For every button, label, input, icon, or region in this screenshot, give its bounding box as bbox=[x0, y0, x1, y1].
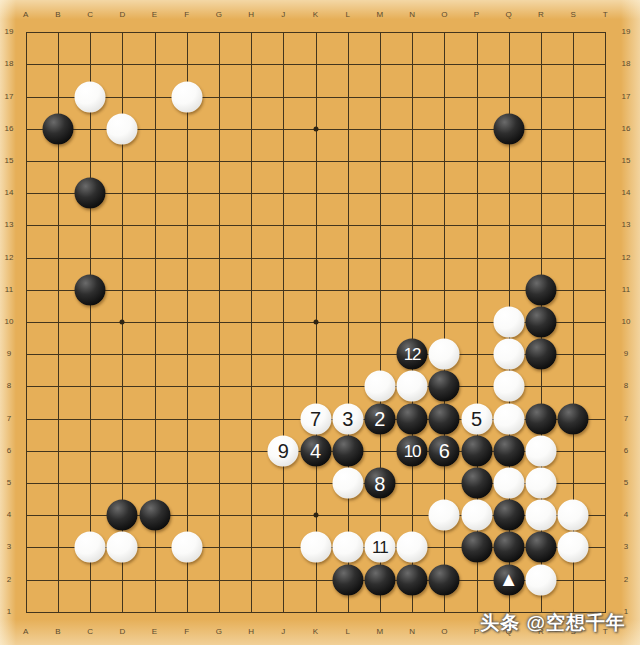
go-board[interactable]: AABBCCDDEEFFGGHHJJKKLLMMNNOOPPQQRRSSTT19… bbox=[0, 0, 640, 645]
column-label-bottom: K bbox=[313, 628, 318, 636]
stone-C17[interactable] bbox=[75, 81, 106, 112]
stone-Q10[interactable] bbox=[493, 307, 524, 338]
stone-O4[interactable] bbox=[429, 500, 460, 531]
row-label-right: 7 bbox=[624, 415, 628, 423]
row-label-left: 17 bbox=[5, 93, 14, 101]
row-label-left: 7 bbox=[7, 415, 11, 423]
stone-C3[interactable] bbox=[75, 532, 106, 563]
stone-C14[interactable] bbox=[75, 178, 106, 209]
grid-line-vertical bbox=[412, 32, 413, 612]
move-number: 12 bbox=[404, 346, 421, 363]
stone-S4[interactable] bbox=[558, 500, 589, 531]
column-label-top: L bbox=[345, 11, 349, 19]
move-number: 5 bbox=[471, 409, 482, 429]
stone-Q3[interactable] bbox=[493, 532, 524, 563]
triangle-marker: ▲ bbox=[499, 569, 519, 589]
stone-N2[interactable] bbox=[397, 564, 428, 595]
column-label-bottom: C bbox=[87, 628, 93, 636]
stone-N9[interactable]: 12 bbox=[397, 339, 428, 370]
row-label-right: 15 bbox=[622, 157, 631, 165]
column-label-bottom: P bbox=[474, 628, 479, 636]
stone-R11[interactable] bbox=[525, 274, 556, 305]
stone-P4[interactable] bbox=[461, 500, 492, 531]
row-label-right: 6 bbox=[624, 447, 628, 455]
row-label-left: 15 bbox=[5, 157, 14, 165]
row-label-right: 11 bbox=[622, 286, 630, 294]
move-number: 6 bbox=[439, 441, 450, 461]
watermark: 头条 @空想千年 bbox=[480, 610, 626, 636]
move-number: 2 bbox=[374, 409, 385, 429]
stone-S3[interactable] bbox=[558, 532, 589, 563]
move-number: 3 bbox=[342, 409, 353, 429]
row-label-right: 4 bbox=[624, 511, 628, 519]
stone-R9[interactable] bbox=[525, 339, 556, 370]
stone-M5[interactable]: 8 bbox=[364, 468, 395, 499]
grid-line-vertical bbox=[605, 32, 606, 612]
row-label-left: 5 bbox=[7, 479, 11, 487]
go-diagram: AABBCCDDEEFFGGHHJJKKLLMMNNOOPPQQRRSSTT19… bbox=[0, 0, 640, 645]
star-point bbox=[313, 126, 318, 131]
stone-Q6[interactable] bbox=[493, 435, 524, 466]
stone-N3[interactable] bbox=[397, 532, 428, 563]
column-label-top: A bbox=[23, 11, 28, 19]
stone-R5[interactable] bbox=[525, 468, 556, 499]
row-label-left: 18 bbox=[5, 60, 14, 68]
row-label-right: 10 bbox=[622, 318, 631, 326]
column-label-bottom: M bbox=[377, 628, 384, 636]
stone-O6[interactable]: 6 bbox=[429, 435, 460, 466]
stone-P5[interactable] bbox=[461, 468, 492, 499]
move-number: 7 bbox=[310, 409, 321, 429]
row-label-left: 19 bbox=[5, 28, 14, 36]
column-label-top: S bbox=[570, 11, 575, 19]
column-label-bottom: H bbox=[248, 628, 254, 636]
stone-R4[interactable] bbox=[525, 500, 556, 531]
column-label-bottom: F bbox=[184, 628, 189, 636]
stone-Q8[interactable] bbox=[493, 371, 524, 402]
stone-N6[interactable]: 10 bbox=[397, 435, 428, 466]
row-label-right: 9 bbox=[624, 350, 628, 358]
column-label-top: O bbox=[441, 11, 447, 19]
row-label-left: 11 bbox=[5, 286, 13, 294]
column-label-top: D bbox=[119, 11, 125, 19]
stone-D3[interactable] bbox=[107, 532, 138, 563]
stone-N7[interactable] bbox=[397, 403, 428, 434]
column-label-top: P bbox=[474, 11, 479, 19]
stone-F3[interactable] bbox=[171, 532, 202, 563]
stone-L7[interactable]: 3 bbox=[332, 403, 363, 434]
stone-D4[interactable] bbox=[107, 500, 138, 531]
row-label-left: 8 bbox=[7, 382, 11, 390]
stone-L6[interactable] bbox=[332, 435, 363, 466]
row-label-right: 3 bbox=[624, 543, 628, 551]
stone-E4[interactable] bbox=[139, 500, 170, 531]
stone-M2[interactable] bbox=[364, 564, 395, 595]
stone-O7[interactable] bbox=[429, 403, 460, 434]
stone-O8[interactable] bbox=[429, 371, 460, 402]
stone-O2[interactable] bbox=[429, 564, 460, 595]
stone-Q4[interactable] bbox=[493, 500, 524, 531]
column-label-bottom: E bbox=[152, 628, 157, 636]
row-label-left: 10 bbox=[5, 318, 14, 326]
star-point bbox=[120, 320, 125, 325]
stone-R7[interactable] bbox=[525, 403, 556, 434]
move-number: 11 bbox=[372, 539, 388, 556]
stone-K7[interactable]: 7 bbox=[300, 403, 331, 434]
row-label-right: 16 bbox=[622, 125, 631, 133]
column-label-top: K bbox=[313, 11, 318, 19]
stone-M3[interactable]: 11 bbox=[364, 532, 395, 563]
stone-P7[interactable]: 5 bbox=[461, 403, 492, 434]
column-label-bottom: J bbox=[281, 628, 285, 636]
column-label-top: B bbox=[55, 11, 60, 19]
column-label-bottom: L bbox=[345, 628, 349, 636]
row-label-left: 6 bbox=[7, 447, 11, 455]
stone-C11[interactable] bbox=[75, 274, 106, 305]
column-label-bottom: O bbox=[441, 628, 447, 636]
column-label-top: J bbox=[281, 11, 285, 19]
row-label-left: 12 bbox=[5, 254, 14, 262]
stone-L3[interactable] bbox=[332, 532, 363, 563]
row-label-right: 19 bbox=[622, 28, 631, 36]
stone-Q16[interactable] bbox=[493, 113, 524, 144]
stone-B16[interactable] bbox=[42, 113, 73, 144]
row-label-left: 16 bbox=[5, 125, 14, 133]
stone-Q2[interactable]: ▲ bbox=[493, 564, 524, 595]
column-label-top: M bbox=[377, 11, 384, 19]
column-label-bottom: A bbox=[23, 628, 28, 636]
row-label-left: 13 bbox=[5, 221, 14, 229]
stone-R6[interactable] bbox=[525, 435, 556, 466]
column-label-bottom: G bbox=[216, 628, 222, 636]
move-number: 8 bbox=[374, 473, 385, 493]
stone-Q9[interactable] bbox=[493, 339, 524, 370]
row-label-right: 2 bbox=[624, 576, 628, 584]
stone-M8[interactable] bbox=[364, 371, 395, 402]
stone-D16[interactable] bbox=[107, 113, 138, 144]
column-label-top: N bbox=[409, 11, 415, 19]
column-label-top: E bbox=[152, 11, 157, 19]
stone-R10[interactable] bbox=[525, 307, 556, 338]
stone-R2[interactable] bbox=[525, 564, 556, 595]
stone-L2[interactable] bbox=[332, 564, 363, 595]
column-label-top: T bbox=[603, 11, 608, 19]
move-number: 9 bbox=[278, 441, 289, 461]
column-label-bottom: B bbox=[55, 628, 60, 636]
stone-P6[interactable] bbox=[461, 435, 492, 466]
column-label-top: F bbox=[184, 11, 189, 19]
row-label-left: 9 bbox=[7, 350, 11, 358]
stone-S7[interactable] bbox=[558, 403, 589, 434]
row-label-right: 12 bbox=[622, 254, 631, 262]
row-label-left: 14 bbox=[5, 189, 14, 197]
column-label-top: H bbox=[248, 11, 254, 19]
row-label-left: 4 bbox=[7, 511, 11, 519]
grid-line-vertical bbox=[380, 32, 381, 612]
row-label-left: 3 bbox=[7, 543, 11, 551]
column-label-bottom: N bbox=[409, 628, 415, 636]
stone-J6[interactable]: 9 bbox=[268, 435, 299, 466]
row-label-right: 17 bbox=[622, 93, 631, 101]
stone-F17[interactable] bbox=[171, 81, 202, 112]
move-number: 4 bbox=[310, 441, 321, 461]
stone-R3[interactable] bbox=[525, 532, 556, 563]
star-point bbox=[313, 513, 318, 518]
row-label-right: 18 bbox=[622, 60, 631, 68]
stone-P3[interactable] bbox=[461, 532, 492, 563]
column-label-top: R bbox=[538, 11, 544, 19]
row-label-right: 8 bbox=[624, 382, 628, 390]
row-label-left: 2 bbox=[7, 576, 11, 584]
column-label-top: C bbox=[87, 11, 93, 19]
column-label-bottom: D bbox=[119, 628, 125, 636]
stone-L5[interactable] bbox=[332, 468, 363, 499]
stone-Q7[interactable] bbox=[493, 403, 524, 434]
stone-M7[interactable]: 2 bbox=[364, 403, 395, 434]
grid-line-vertical bbox=[348, 32, 349, 612]
stone-K6[interactable]: 4 bbox=[300, 435, 331, 466]
row-label-right: 13 bbox=[622, 221, 631, 229]
move-number: 10 bbox=[404, 442, 421, 459]
row-label-right: 5 bbox=[624, 479, 628, 487]
stone-K3[interactable] bbox=[300, 532, 331, 563]
column-label-top: Q bbox=[506, 11, 512, 19]
row-label-left: 1 bbox=[7, 608, 11, 616]
stone-O9[interactable] bbox=[429, 339, 460, 370]
column-label-top: G bbox=[216, 11, 222, 19]
row-label-right: 14 bbox=[622, 189, 631, 197]
star-point bbox=[313, 320, 318, 325]
stone-N8[interactable] bbox=[397, 371, 428, 402]
stone-Q5[interactable] bbox=[493, 468, 524, 499]
